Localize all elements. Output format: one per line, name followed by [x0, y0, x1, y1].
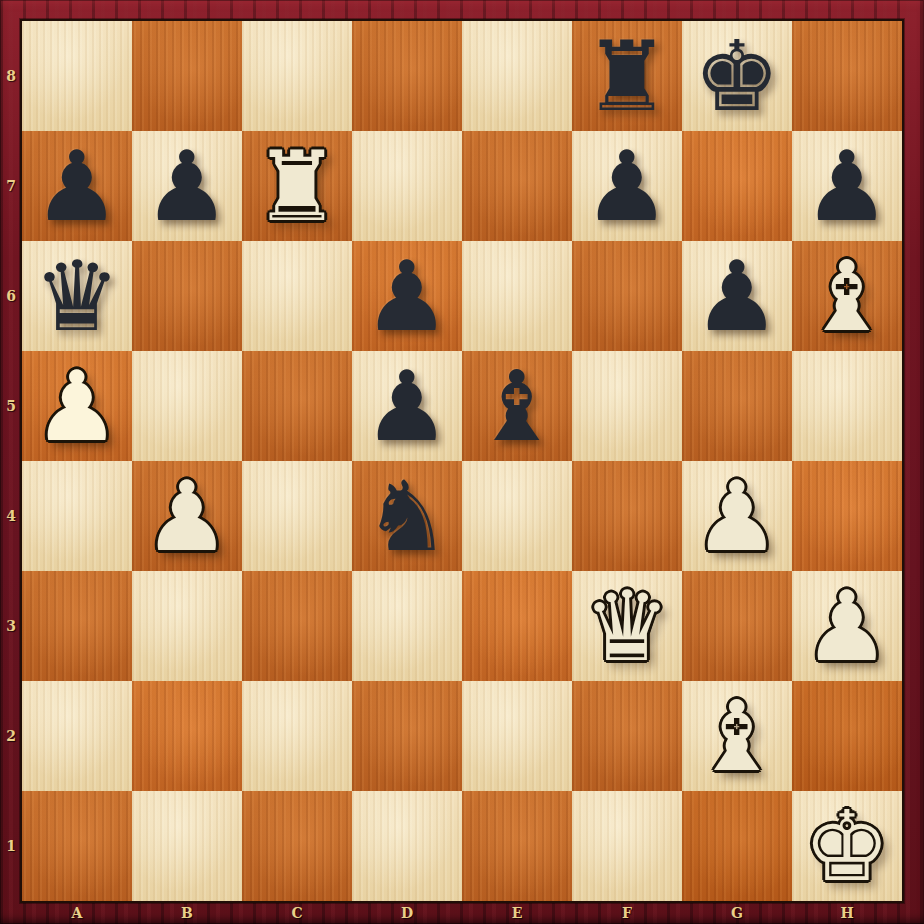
file-label-h: H: [792, 901, 902, 924]
square-a3[interactable]: [22, 571, 132, 681]
black-pawn-b7[interactable]: ♟: [132, 131, 242, 241]
square-b3[interactable]: [132, 571, 242, 681]
square-h8[interactable]: [792, 21, 902, 131]
black-queen-a6[interactable]: ♛: [22, 241, 132, 351]
square-d1[interactable]: [352, 791, 462, 901]
chess-board: ♜♚♟♟♜♟♟♛♟♟♝♟♟♝♟♞♟♛♟♝♚: [22, 21, 902, 901]
square-b1[interactable]: [132, 791, 242, 901]
chess-app-window: ♜♚♟♟♜♟♟♛♟♟♝♟♟♝♟♞♟♛♟♝♚ 87654321ABCDEFGH: [0, 0, 924, 924]
square-d3[interactable]: [352, 571, 462, 681]
square-g3[interactable]: [682, 571, 792, 681]
square-f5[interactable]: [572, 351, 682, 461]
black-pawn-d6[interactable]: ♟: [352, 241, 462, 351]
white-bishop-h6[interactable]: ♝: [792, 241, 902, 351]
square-a2[interactable]: [22, 681, 132, 791]
black-pawn-f7[interactable]: ♟: [572, 131, 682, 241]
white-rook-c7[interactable]: ♜: [242, 131, 352, 241]
file-label-e: E: [462, 901, 572, 924]
square-c4[interactable]: [242, 461, 352, 571]
white-pawn-a5[interactable]: ♟: [22, 351, 132, 461]
rank-label-8: 8: [0, 21, 22, 131]
black-pawn-g6[interactable]: ♟: [682, 241, 792, 351]
square-b8[interactable]: [132, 21, 242, 131]
square-f7[interactable]: ♟: [572, 131, 682, 241]
rank-label-6: 6: [0, 241, 22, 351]
square-a7[interactable]: ♟: [22, 131, 132, 241]
square-a5[interactable]: ♟: [22, 351, 132, 461]
square-g1[interactable]: [682, 791, 792, 901]
square-b2[interactable]: [132, 681, 242, 791]
square-e6[interactable]: [462, 241, 572, 351]
square-c2[interactable]: [242, 681, 352, 791]
square-h4[interactable]: [792, 461, 902, 571]
square-c1[interactable]: [242, 791, 352, 901]
black-rook-f8[interactable]: ♜: [572, 21, 682, 131]
square-h1[interactable]: ♚: [792, 791, 902, 901]
square-f3[interactable]: ♛: [572, 571, 682, 681]
square-h5[interactable]: [792, 351, 902, 461]
square-b4[interactable]: ♟: [132, 461, 242, 571]
rank-label-2: 2: [0, 681, 22, 791]
square-a6[interactable]: ♛: [22, 241, 132, 351]
square-f6[interactable]: [572, 241, 682, 351]
square-h6[interactable]: ♝: [792, 241, 902, 351]
white-pawn-h3[interactable]: ♟: [792, 571, 902, 681]
file-label-d: D: [352, 901, 462, 924]
square-e1[interactable]: [462, 791, 572, 901]
file-label-c: C: [242, 901, 352, 924]
white-queen-f3[interactable]: ♛: [572, 571, 682, 681]
square-g2[interactable]: ♝: [682, 681, 792, 791]
square-d4[interactable]: ♞: [352, 461, 462, 571]
square-b5[interactable]: [132, 351, 242, 461]
square-f2[interactable]: [572, 681, 682, 791]
square-d8[interactable]: [352, 21, 462, 131]
square-d5[interactable]: ♟: [352, 351, 462, 461]
square-g4[interactable]: ♟: [682, 461, 792, 571]
square-c5[interactable]: [242, 351, 352, 461]
square-f1[interactable]: [572, 791, 682, 901]
square-d7[interactable]: [352, 131, 462, 241]
square-d2[interactable]: [352, 681, 462, 791]
square-a4[interactable]: [22, 461, 132, 571]
black-knight-d4[interactable]: ♞: [352, 461, 462, 571]
square-g5[interactable]: [682, 351, 792, 461]
square-b6[interactable]: [132, 241, 242, 351]
black-pawn-h7[interactable]: ♟: [792, 131, 902, 241]
rank-label-4: 4: [0, 461, 22, 571]
square-e7[interactable]: [462, 131, 572, 241]
white-pawn-b4[interactable]: ♟: [132, 461, 242, 571]
white-bishop-g2[interactable]: ♝: [682, 681, 792, 791]
white-king-h1[interactable]: ♚: [792, 791, 902, 901]
square-c8[interactable]: [242, 21, 352, 131]
square-h3[interactable]: ♟: [792, 571, 902, 681]
file-label-g: G: [682, 901, 792, 924]
square-g7[interactable]: [682, 131, 792, 241]
file-label-f: F: [572, 901, 682, 924]
black-bishop-e5[interactable]: ♝: [462, 351, 572, 461]
square-c6[interactable]: [242, 241, 352, 351]
square-e2[interactable]: [462, 681, 572, 791]
file-label-a: A: [22, 901, 132, 924]
black-pawn-d5[interactable]: ♟: [352, 351, 462, 461]
square-f8[interactable]: ♜: [572, 21, 682, 131]
square-a8[interactable]: [22, 21, 132, 131]
rank-label-3: 3: [0, 571, 22, 681]
rank-label-7: 7: [0, 131, 22, 241]
square-e3[interactable]: [462, 571, 572, 681]
black-pawn-a7[interactable]: ♟: [22, 131, 132, 241]
black-king-g8[interactable]: ♚: [682, 21, 792, 131]
rank-label-5: 5: [0, 351, 22, 461]
square-h2[interactable]: [792, 681, 902, 791]
square-d6[interactable]: ♟: [352, 241, 462, 351]
square-b7[interactable]: ♟: [132, 131, 242, 241]
square-g8[interactable]: ♚: [682, 21, 792, 131]
file-label-b: B: [132, 901, 242, 924]
square-e5[interactable]: ♝: [462, 351, 572, 461]
square-g6[interactable]: ♟: [682, 241, 792, 351]
square-c7[interactable]: ♜: [242, 131, 352, 241]
square-h7[interactable]: ♟: [792, 131, 902, 241]
rank-label-1: 1: [0, 791, 22, 901]
square-e4[interactable]: [462, 461, 572, 571]
square-c3[interactable]: [242, 571, 352, 681]
square-f4[interactable]: [572, 461, 682, 571]
square-a1[interactable]: [22, 791, 132, 901]
white-pawn-g4[interactable]: ♟: [682, 461, 792, 571]
square-e8[interactable]: [462, 21, 572, 131]
